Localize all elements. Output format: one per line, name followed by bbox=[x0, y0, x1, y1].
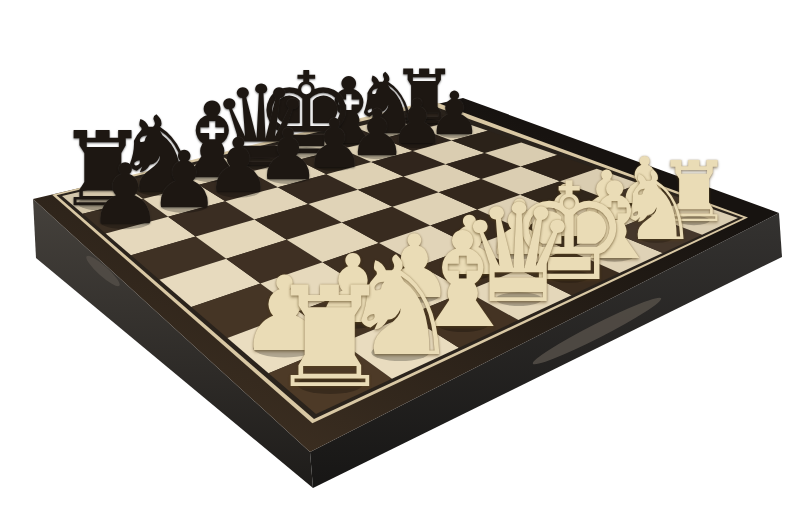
piece-shadow bbox=[100, 214, 151, 229]
piece-shadow bbox=[372, 127, 403, 136]
piece-shadow bbox=[499, 247, 540, 259]
piece-shadow bbox=[629, 198, 660, 207]
piece-shadow bbox=[325, 312, 381, 329]
piece-shadow bbox=[596, 250, 634, 261]
piece-shadow bbox=[548, 270, 590, 283]
chess-board bbox=[0, 0, 800, 527]
piece-shadow bbox=[253, 339, 315, 358]
piece-shadow bbox=[496, 292, 542, 306]
piece-shadow bbox=[439, 129, 469, 138]
piece-shadow bbox=[360, 149, 394, 159]
piece-shadow bbox=[297, 374, 362, 394]
piece-shadow bbox=[589, 213, 623, 223]
piece-shadow bbox=[401, 139, 433, 149]
piece-shadow bbox=[191, 170, 233, 183]
piece-shadow bbox=[242, 158, 281, 170]
piece-shadow bbox=[447, 266, 492, 280]
piece-shadow bbox=[268, 172, 308, 184]
piece-shadow bbox=[78, 196, 127, 211]
piece-shadow bbox=[678, 216, 710, 225]
piece-shadow bbox=[316, 160, 353, 171]
piece-shadow bbox=[161, 199, 208, 213]
piece-shadow bbox=[410, 118, 439, 127]
piece-shadow bbox=[389, 288, 439, 303]
piece-shadow bbox=[332, 137, 366, 147]
chess-set-photo: ♜♞♟♝♟♚♟♛♟♝♟♞♟♜♟♟♟♟♜♟♞♟♝♟♚♟♛♟♝♟♞♜ bbox=[0, 0, 800, 527]
piece-shadow bbox=[437, 317, 489, 332]
piece-shadow bbox=[371, 344, 429, 361]
piece-shadow bbox=[288, 147, 324, 158]
piece-shadow bbox=[546, 229, 583, 240]
piece-shadow bbox=[639, 232, 674, 242]
piece-shadow bbox=[217, 185, 260, 198]
piece-shadow bbox=[137, 182, 182, 196]
